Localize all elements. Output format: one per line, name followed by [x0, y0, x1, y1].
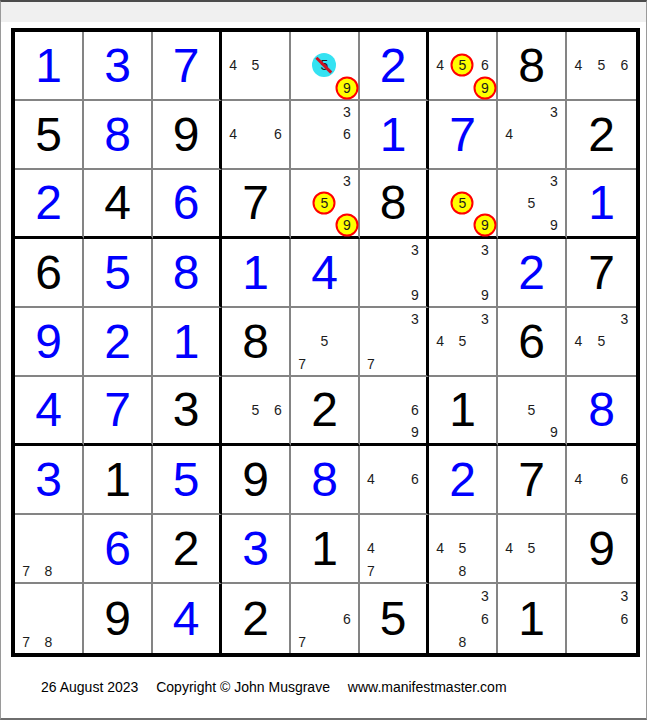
cell-r2c8[interactable]: 34 [498, 101, 567, 170]
pencil-mark: 5 [598, 58, 606, 72]
pencil-marks: 47 [360, 515, 426, 582]
mark-position: 4 [222, 123, 244, 145]
pencil-marks: 345 [567, 308, 636, 375]
pencil-mark: 3 [481, 243, 489, 257]
pencil-marks: 359 [291, 170, 358, 236]
mark-position: 9 [404, 421, 426, 443]
given-digit: 1 [104, 456, 131, 504]
mark-position: 4 [498, 123, 520, 145]
pencil-mark: 6 [481, 58, 489, 72]
mark-position: 6 [404, 399, 426, 421]
mark-position: 4 [567, 54, 590, 76]
cell-r9c9[interactable]: 36 [567, 584, 636, 653]
solved-digit: 3 [242, 525, 269, 573]
cell-r1c3[interactable]: 7 [153, 32, 222, 101]
cell-r5c3[interactable]: 1 [153, 308, 222, 377]
mark-position: 5 [244, 399, 266, 421]
pencil-marks: 345 [429, 308, 496, 375]
cell-r8c2[interactable]: 6 [84, 515, 153, 584]
given-digit: 8 [518, 42, 545, 90]
pencil-marks: 45 [222, 32, 289, 99]
pencil-mark: 4 [505, 541, 513, 555]
pencil-mark: 8 [459, 564, 467, 578]
cell-r5c2[interactable]: 2 [84, 308, 153, 377]
cell-r6c3[interactable]: 3 [153, 377, 222, 446]
given-digit: 5 [380, 595, 407, 643]
mark-position: 4 [429, 537, 451, 559]
window-titlebar [1, 2, 646, 22]
cell-r8c1[interactable]: 78 [15, 515, 84, 584]
given-digit: 2 [173, 525, 200, 573]
pencil-mark: 6 [621, 472, 629, 486]
pencil-mark: 4 [436, 58, 444, 72]
cell-r9c6[interactable]: 5 [360, 584, 429, 653]
mark-position: 7 [360, 560, 382, 582]
pencil-mark: 5 [321, 334, 329, 348]
pencil-mark: 5 [459, 541, 467, 555]
cell-r3c5[interactable]: 359 [291, 170, 360, 239]
cell-r4c7[interactable]: 39 [429, 239, 498, 308]
solved-digit: 4 [311, 249, 338, 297]
mark-position: 5 [313, 54, 335, 76]
given-digit: 3 [173, 386, 200, 434]
given-digit: 9 [242, 456, 269, 504]
pencil-mark: 6 [343, 127, 351, 141]
solved-digit: 8 [588, 386, 615, 434]
solved-digit: 8 [104, 111, 131, 159]
given-digit: 7 [588, 249, 615, 297]
cell-r6c4[interactable]: 56 [222, 377, 291, 446]
pencil-mark: 3 [411, 243, 419, 257]
mark-position: 3 [543, 101, 565, 123]
cell-r7c5[interactable]: 8 [291, 446, 360, 515]
mark-position: 4 [222, 54, 244, 76]
cell-r6c9[interactable]: 8 [567, 377, 636, 446]
pencil-mark: 6 [481, 612, 489, 626]
pencil-mark: 4 [575, 334, 583, 348]
cell-r6c6[interactable]: 69 [360, 377, 429, 446]
footer-date: 26 August 2023 [41, 679, 138, 695]
pencil-mark: 3 [481, 312, 489, 326]
cell-r9c8[interactable]: 1 [498, 584, 567, 653]
mark-position: 4 [567, 468, 590, 490]
pencil-mark: 8 [459, 635, 467, 649]
pencil-marks: 78 [15, 584, 82, 653]
cell-r6c1[interactable]: 4 [15, 377, 84, 446]
solved-digit: 5 [173, 456, 200, 504]
pencil-mark: 7 [298, 357, 306, 371]
app-window: 1374559245698456589463617342246735985935… [0, 0, 647, 720]
cell-r3c2[interactable]: 4 [84, 170, 153, 239]
cell-r5c1[interactable]: 9 [15, 308, 84, 377]
pencil-mark: 7 [367, 564, 375, 578]
cell-r4c5[interactable]: 4 [291, 239, 360, 308]
solved-digit: 7 [173, 42, 200, 90]
mark-position: 3 [543, 170, 565, 192]
cell-r1c4[interactable]: 45 [222, 32, 291, 101]
pencil-marks: 46 [567, 446, 636, 513]
pencil-mark: 6 [411, 403, 419, 417]
pencil-mark: 9 [343, 218, 351, 232]
mark-position: 7 [15, 630, 37, 653]
mark-position: 6 [474, 54, 496, 76]
mark-position: 9 [474, 284, 496, 306]
cell-r3c8[interactable]: 359 [498, 170, 567, 239]
mark-position: 6 [336, 123, 358, 145]
cell-r1c6[interactable]: 2 [360, 32, 429, 101]
cell-r9c7[interactable]: 368 [429, 584, 498, 653]
pencil-mark: 5 [459, 58, 467, 72]
cell-r3c4[interactable]: 7 [222, 170, 291, 239]
cell-r5c4[interactable]: 8 [222, 308, 291, 377]
cell-r7c4[interactable]: 9 [222, 446, 291, 515]
pencil-mark: 6 [621, 58, 629, 72]
cell-r8c4[interactable]: 3 [222, 515, 291, 584]
pencil-mark: 4 [436, 334, 444, 348]
mark-position: 7 [291, 353, 313, 375]
cell-r8c5[interactable]: 1 [291, 515, 360, 584]
pencil-marks: 36 [291, 101, 358, 168]
pencil-mark: 5 [252, 403, 260, 417]
pencil-mark: 3 [550, 105, 558, 119]
pencil-marks: 56 [222, 377, 289, 443]
pencil-mark: 6 [411, 472, 419, 486]
mark-position: 9 [543, 214, 565, 236]
solved-digit: 2 [449, 456, 476, 504]
mark-position: 4 [429, 330, 451, 352]
pencil-mark: 5 [321, 196, 329, 210]
cell-r1c1[interactable]: 1 [15, 32, 84, 101]
pencil-mark: 3 [621, 589, 629, 603]
cell-r3c7[interactable]: 59 [429, 170, 498, 239]
mark-position: 4 [567, 330, 590, 352]
pencil-marks: 359 [498, 170, 565, 236]
pencil-marks: 36 [567, 584, 636, 653]
mark-position: 6 [613, 607, 636, 630]
given-digit: 6 [35, 249, 62, 297]
pencil-mark: 9 [550, 218, 558, 232]
mark-position: 5 [590, 330, 613, 352]
solved-digit: 7 [449, 111, 476, 159]
pencil-mark: 6 [343, 612, 351, 626]
cell-r8c8[interactable]: 45 [498, 515, 567, 584]
pencil-mark: 7 [22, 635, 30, 649]
mark-position: 5 [313, 192, 335, 214]
mark-position: 5 [244, 54, 266, 76]
pencil-marks: 46 [222, 101, 289, 168]
mark-position: 3 [613, 584, 636, 607]
cell-r8c9[interactable]: 9 [567, 515, 636, 584]
cell-r5c9[interactable]: 345 [567, 308, 636, 377]
given-digit: 9 [588, 525, 615, 573]
pencil-marks: 57 [291, 308, 358, 375]
pencil-marks: 69 [360, 377, 426, 443]
solved-digit: 8 [173, 249, 200, 297]
cell-r9c4[interactable]: 2 [222, 584, 291, 653]
pencil-mark: 3 [343, 105, 351, 119]
cell-r2c2[interactable]: 8 [84, 101, 153, 170]
cell-r9c1[interactable]: 78 [15, 584, 84, 653]
pencil-mark: 3 [621, 312, 629, 326]
pencil-marks: 46 [360, 446, 426, 513]
pencil-mark: 9 [481, 218, 489, 232]
mark-position: 6 [336, 607, 358, 630]
pencil-mark: 7 [298, 635, 306, 649]
cell-r3c6[interactable]: 8 [360, 170, 429, 239]
cell-r2c7[interactable]: 7 [429, 101, 498, 170]
pencil-mark: 5 [459, 196, 467, 210]
mark-position: 3 [336, 101, 358, 123]
given-digit: 1 [518, 595, 545, 643]
mark-position: 6 [267, 123, 289, 145]
solved-digit: 3 [104, 42, 131, 90]
cell-r3c3[interactable]: 6 [153, 170, 222, 239]
pencil-mark: 3 [411, 312, 419, 326]
solved-digit: 2 [35, 179, 62, 227]
mark-position: 3 [474, 308, 496, 330]
cell-r2c5[interactable]: 36 [291, 101, 360, 170]
pencil-marks: 368 [429, 584, 496, 653]
pencil-mark: 9 [481, 81, 489, 95]
mark-position: 5 [590, 54, 613, 76]
pencil-mark: 5 [598, 334, 606, 348]
pencil-marks: 39 [360, 239, 426, 306]
mark-position: 9 [336, 77, 358, 99]
solved-digit: 2 [518, 249, 545, 297]
pencil-mark: 5 [528, 403, 536, 417]
solved-digit: 1 [588, 179, 615, 227]
cell-r7c2[interactable]: 1 [84, 446, 153, 515]
cell-r7c1[interactable]: 3 [15, 446, 84, 515]
cell-r2c9[interactable]: 2 [567, 101, 636, 170]
mark-position: 4 [360, 468, 382, 490]
solved-digit: 7 [104, 386, 131, 434]
pencil-mark: 5 [528, 541, 536, 555]
solved-digit: 1 [173, 318, 200, 366]
pencil-mark: 8 [45, 564, 53, 578]
given-digit: 9 [173, 111, 200, 159]
pencil-marks: 4569 [429, 32, 496, 99]
pencil-marks: 78 [15, 515, 82, 582]
given-digit: 2 [588, 111, 615, 159]
given-digit: 1 [449, 386, 476, 434]
pencil-mark: 4 [575, 58, 583, 72]
pencil-mark: 3 [550, 174, 558, 188]
pencil-mark: 9 [550, 425, 558, 439]
solved-digit: 2 [104, 318, 131, 366]
pencil-mark: 9 [343, 81, 351, 95]
cell-r7c7[interactable]: 2 [429, 446, 498, 515]
pencil-mark: 7 [367, 357, 375, 371]
cell-r4c8[interactable]: 2 [498, 239, 567, 308]
pencil-mark: 4 [367, 541, 375, 555]
mark-position: 3 [613, 308, 636, 330]
cell-r1c5[interactable]: 59 [291, 32, 360, 101]
footer-copyright: Copyright © John Musgrave [156, 679, 330, 695]
cell-r7c3[interactable]: 5 [153, 446, 222, 515]
pencil-marks: 39 [429, 239, 496, 306]
mark-position: 6 [474, 607, 496, 630]
cell-r4c4[interactable]: 1 [222, 239, 291, 308]
pencil-marks: 45 [498, 515, 565, 582]
mark-position: 9 [474, 214, 496, 236]
mark-position: 9 [336, 214, 358, 236]
pencil-mark: 9 [411, 288, 419, 302]
solved-digit: 4 [35, 386, 62, 434]
mark-position: 7 [360, 353, 382, 375]
pencil-mark: 6 [621, 612, 629, 626]
solved-digit: 6 [173, 179, 200, 227]
mark-position: 5 [451, 54, 473, 76]
pencil-mark: 6 [274, 127, 282, 141]
cell-r5c6[interactable]: 37 [360, 308, 429, 377]
cell-r9c2[interactable]: 9 [84, 584, 153, 653]
mark-position: 6 [613, 468, 636, 490]
solved-digit: 8 [311, 456, 338, 504]
pencil-marks: 59 [429, 170, 496, 236]
mark-position: 6 [613, 54, 636, 76]
cell-r4c2[interactable]: 5 [84, 239, 153, 308]
cell-r9c5[interactable]: 67 [291, 584, 360, 653]
pencil-marks: 37 [360, 308, 426, 375]
pencil-mark: 6 [274, 403, 282, 417]
mark-position: 4 [429, 54, 451, 76]
given-digit: 2 [242, 595, 269, 643]
mark-position: 5 [520, 192, 542, 214]
given-digit: 1 [311, 525, 338, 573]
mark-position: 6 [267, 399, 289, 421]
solved-digit: 5 [104, 249, 131, 297]
solved-digit: 1 [35, 42, 62, 90]
mark-position: 5 [313, 330, 335, 352]
mark-position: 8 [451, 630, 473, 653]
mark-position: 9 [404, 284, 426, 306]
cell-r7c6[interactable]: 46 [360, 446, 429, 515]
mark-position: 8 [451, 560, 473, 582]
cell-r4c1[interactable]: 6 [15, 239, 84, 308]
cell-r3c1[interactable]: 2 [15, 170, 84, 239]
pencil-mark: 4 [436, 541, 444, 555]
given-digit: 5 [35, 111, 62, 159]
mark-position: 5 [520, 399, 542, 421]
mark-position: 5 [451, 537, 473, 559]
mark-position: 3 [404, 308, 426, 330]
pencil-mark: 4 [367, 472, 375, 486]
mark-position: 7 [15, 560, 37, 582]
pencil-marks: 458 [429, 515, 496, 582]
mark-position: 9 [543, 421, 565, 443]
cell-r4c6[interactable]: 39 [360, 239, 429, 308]
mark-position: 4 [498, 537, 520, 559]
pencil-mark: 9 [481, 288, 489, 302]
mark-position: 3 [474, 584, 496, 607]
mark-position: 7 [291, 630, 313, 653]
pencil-mark: 4 [229, 127, 237, 141]
pencil-mark: 4 [575, 472, 583, 486]
mark-position: 4 [360, 537, 382, 559]
solved-digit: 3 [35, 456, 62, 504]
pencil-mark: 3 [343, 174, 351, 188]
sudoku-board: 1374559245698456589463617342246735985935… [11, 28, 640, 657]
pencil-marks: 456 [567, 32, 636, 99]
pencil-mark: 7 [22, 564, 30, 578]
given-digit: 2 [311, 386, 338, 434]
mark-position: 3 [404, 239, 426, 261]
footer-website: www.manifestmaster.com [348, 679, 507, 695]
given-digit: 4 [104, 179, 131, 227]
mark-position: 5 [451, 192, 473, 214]
given-digit: 8 [242, 318, 269, 366]
given-digit: 7 [518, 456, 545, 504]
pencil-marks: 59 [498, 377, 565, 443]
cell-r1c9[interactable]: 456 [567, 32, 636, 101]
pencil-mark: 5 [252, 58, 260, 72]
cell-r8c7[interactable]: 458 [429, 515, 498, 584]
mark-position: 6 [404, 468, 426, 490]
cell-r1c7[interactable]: 4569 [429, 32, 498, 101]
pencil-mark: 9 [411, 425, 419, 439]
cell-r2c3[interactable]: 9 [153, 101, 222, 170]
pencil-mark: 5 [528, 196, 536, 210]
mark-position: 8 [37, 630, 59, 653]
cell-r5c5[interactable]: 57 [291, 308, 360, 377]
cell-r7c8[interactable]: 7 [498, 446, 567, 515]
cell-r6c2[interactable]: 7 [84, 377, 153, 446]
pencil-marks: 59 [291, 32, 358, 99]
mark-position: 3 [474, 239, 496, 261]
cell-r9c3[interactable]: 4 [153, 584, 222, 653]
cell-r2c4[interactable]: 46 [222, 101, 291, 170]
cell-r3c9[interactable]: 1 [567, 170, 636, 239]
pencil-marks: 34 [498, 101, 565, 168]
pencil-marks: 67 [291, 584, 358, 653]
pencil-mark: 4 [229, 58, 237, 72]
solved-digit: 4 [173, 595, 200, 643]
mark-position: 9 [474, 77, 496, 99]
cell-r2c6[interactable]: 1 [360, 101, 429, 170]
pencil-mark: 5 [459, 334, 467, 348]
mark-position: 5 [451, 330, 473, 352]
mark-position: 8 [37, 560, 59, 582]
pencil-mark: 4 [505, 127, 513, 141]
footer: 26 August 2023 Copyright © John Musgrave… [41, 679, 646, 695]
cell-r1c8[interactable]: 8 [498, 32, 567, 101]
cell-r6c8[interactable]: 59 [498, 377, 567, 446]
cell-r5c8[interactable]: 6 [498, 308, 567, 377]
cell-r1c2[interactable]: 3 [84, 32, 153, 101]
mark-position: 3 [336, 170, 358, 192]
cell-r4c3[interactable]: 8 [153, 239, 222, 308]
solved-digit: 9 [35, 318, 62, 366]
solved-digit: 6 [104, 525, 131, 573]
cell-r8c6[interactable]: 47 [360, 515, 429, 584]
pencil-mark: 3 [481, 589, 489, 603]
given-digit: 9 [104, 595, 131, 643]
solved-digit: 1 [242, 249, 269, 297]
pencil-mark: 8 [45, 635, 53, 649]
given-digit: 7 [242, 179, 269, 227]
cell-r6c5[interactable]: 2 [291, 377, 360, 446]
solved-digit: 2 [380, 42, 407, 90]
cell-r2c1[interactable]: 5 [15, 101, 84, 170]
cell-r7c9[interactable]: 46 [567, 446, 636, 515]
cell-r5c7[interactable]: 345 [429, 308, 498, 377]
cell-r8c3[interactable]: 2 [153, 515, 222, 584]
cell-r4c9[interactable]: 7 [567, 239, 636, 308]
cell-r6c7[interactable]: 1 [429, 377, 498, 446]
mark-position: 5 [520, 537, 542, 559]
given-digit: 6 [518, 318, 545, 366]
